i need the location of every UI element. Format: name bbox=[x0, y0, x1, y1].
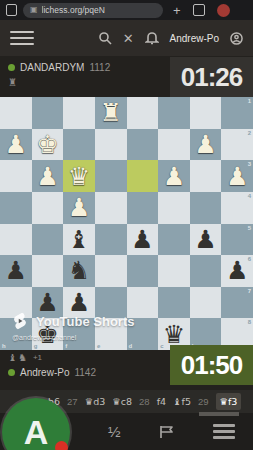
offer-draw-button[interactable]: ½ bbox=[108, 423, 121, 440]
resign-flag-icon[interactable] bbox=[159, 425, 175, 439]
file-label: g bbox=[34, 343, 38, 349]
white-pawn[interactable]: ♟ bbox=[63, 192, 95, 224]
white-pawn[interactable]: ♟ bbox=[32, 160, 64, 192]
square-e3[interactable] bbox=[95, 160, 127, 192]
url-bar[interactable]: ▣ lichess.org/pqeN bbox=[23, 3, 163, 18]
player-name[interactable]: Andrew-Po bbox=[20, 367, 69, 378]
square-e4[interactable] bbox=[95, 192, 127, 224]
black-pawn[interactable]: ♟ bbox=[190, 224, 222, 256]
rank-label: 5 bbox=[248, 225, 251, 231]
square-g2[interactable]: ♚ bbox=[32, 129, 64, 161]
rank-label: 3 bbox=[248, 161, 251, 167]
opponent-clock: 01:26 bbox=[170, 57, 253, 97]
scrollbar[interactable] bbox=[199, 412, 239, 416]
file-label: h bbox=[2, 343, 6, 349]
square-e6[interactable] bbox=[95, 255, 127, 287]
opponent-captured-pieces: ♜ bbox=[8, 77, 18, 88]
player-rating: 1142 bbox=[74, 367, 96, 378]
square-g3[interactable]: ♟ bbox=[32, 160, 64, 192]
search-icon[interactable] bbox=[98, 31, 112, 45]
shorts-logo-icon bbox=[10, 311, 30, 331]
file-label: c bbox=[160, 343, 163, 349]
bell-icon[interactable] bbox=[145, 31, 159, 45]
material-advantage: +1 bbox=[33, 353, 42, 362]
white-pawn[interactable]: ♟ bbox=[190, 129, 222, 161]
square-f2[interactable] bbox=[63, 129, 95, 161]
square-c2[interactable] bbox=[158, 129, 190, 161]
square-a3[interactable]: ♟3 bbox=[221, 160, 253, 192]
player-panel: ♝♞ +1 Andrew-Po 1142 01:50 bbox=[0, 350, 253, 390]
browser-tab-icon[interactable] bbox=[6, 4, 17, 16]
square-g1[interactable] bbox=[32, 97, 64, 129]
square-d1[interactable] bbox=[127, 97, 159, 129]
square-h4[interactable] bbox=[0, 192, 32, 224]
move-number: 27 bbox=[67, 396, 78, 407]
game-menu-icon[interactable] bbox=[213, 424, 235, 439]
square-h1[interactable] bbox=[0, 97, 32, 129]
rank-label: 8 bbox=[248, 319, 251, 325]
square-e1[interactable]: ♜ bbox=[95, 97, 127, 129]
square-h5[interactable] bbox=[0, 224, 32, 256]
square-d3[interactable] bbox=[127, 160, 159, 192]
online-dot bbox=[8, 64, 15, 71]
square-e5[interactable] bbox=[95, 224, 127, 256]
square-c3[interactable]: ♟ bbox=[158, 160, 190, 192]
opponent-rating: 1112 bbox=[89, 62, 110, 73]
white-king[interactable]: ♚ bbox=[32, 129, 64, 161]
square-c5[interactable] bbox=[158, 224, 190, 256]
header-username[interactable]: Andrew-Po bbox=[170, 33, 219, 44]
lichess-header: ✕ Andrew-Po bbox=[0, 20, 253, 56]
square-a6[interactable]: ♟6 bbox=[221, 255, 253, 287]
square-a5[interactable]: 5 bbox=[221, 224, 253, 256]
square-d5[interactable]: ♟ bbox=[127, 224, 159, 256]
square-b7[interactable] bbox=[190, 287, 222, 319]
rank-label: 6 bbox=[248, 256, 251, 262]
square-a2[interactable]: 2 bbox=[221, 129, 253, 161]
move-entry[interactable]: ♛f3 bbox=[216, 393, 242, 410]
square-f4[interactable]: ♟ bbox=[63, 192, 95, 224]
white-pawn[interactable]: ♟ bbox=[158, 160, 190, 192]
menu-icon[interactable] bbox=[10, 31, 34, 46]
watermark-handle: @andrewpo channel bbox=[12, 334, 134, 341]
rank-label: 1 bbox=[248, 98, 251, 104]
square-b3[interactable] bbox=[190, 160, 222, 192]
black-bishop[interactable]: ♝ bbox=[63, 224, 95, 256]
user-avatar-icon[interactable] bbox=[230, 32, 243, 45]
move-number: 29 bbox=[198, 396, 209, 407]
notification-dot bbox=[55, 441, 68, 450]
move-entry[interactable]: ♛d3 bbox=[85, 396, 106, 407]
white-pawn[interactable]: ♟ bbox=[0, 129, 32, 161]
crossed-swords-icon[interactable]: ✕ bbox=[123, 32, 134, 45]
square-b6[interactable] bbox=[190, 255, 222, 287]
tab-switcher-icon[interactable] bbox=[193, 4, 205, 16]
move-number: 28 bbox=[139, 396, 150, 407]
rank-label: 7 bbox=[248, 288, 251, 294]
square-c7[interactable] bbox=[158, 287, 190, 319]
square-f1[interactable] bbox=[63, 97, 95, 129]
square-h6[interactable]: ♟ bbox=[0, 255, 32, 287]
square-g6[interactable] bbox=[32, 255, 64, 287]
square-a7[interactable]: 7 bbox=[221, 287, 253, 319]
black-pawn[interactable]: ♟ bbox=[0, 255, 32, 287]
square-b2[interactable]: ♟ bbox=[190, 129, 222, 161]
player-captured-pieces: ♝♞ bbox=[8, 352, 28, 363]
square-d4[interactable] bbox=[127, 192, 159, 224]
square-h3[interactable] bbox=[0, 160, 32, 192]
channel-avatar-letter: A bbox=[24, 413, 49, 450]
file-label: d bbox=[129, 343, 133, 349]
black-pawn[interactable]: ♟ bbox=[127, 224, 159, 256]
square-a1[interactable]: 1 bbox=[221, 97, 253, 129]
square-f3[interactable]: ♛ bbox=[63, 160, 95, 192]
square-a4[interactable]: 4 bbox=[221, 192, 253, 224]
rank-label: 2 bbox=[248, 130, 251, 136]
opponent-panel: DANDARDYM 1112 ♜ 01:26 bbox=[0, 56, 253, 97]
rank-label: 4 bbox=[248, 193, 251, 199]
square-d6[interactable] bbox=[127, 255, 159, 287]
move-entry[interactable]: ♝f5 bbox=[173, 396, 191, 407]
move-entry[interactable]: f4 bbox=[157, 396, 166, 407]
square-b5[interactable]: ♟ bbox=[190, 224, 222, 256]
site-security-icon: ▣ bbox=[30, 6, 38, 14]
opponent-name[interactable]: DANDARDYM bbox=[20, 62, 84, 73]
black-knight[interactable]: ♞ bbox=[63, 255, 95, 287]
square-c4[interactable] bbox=[158, 192, 190, 224]
square-b4[interactable] bbox=[190, 192, 222, 224]
online-dot bbox=[8, 369, 15, 376]
file-label: e bbox=[97, 343, 100, 349]
browser-profile-avatar[interactable] bbox=[217, 4, 230, 17]
square-g5[interactable] bbox=[32, 224, 64, 256]
url-text: lichess.org/pqeN bbox=[42, 5, 105, 15]
square-b1[interactable] bbox=[190, 97, 222, 129]
browser-bar: ▣ lichess.org/pqeN + bbox=[0, 0, 253, 20]
square-e2[interactable] bbox=[95, 129, 127, 161]
youtube-watermark: YouTube Shorts @andrewpo channel bbox=[10, 311, 134, 341]
move-entry[interactable]: ♛c8 bbox=[112, 396, 132, 407]
square-g4[interactable] bbox=[32, 192, 64, 224]
white-queen[interactable]: ♛ bbox=[63, 160, 95, 192]
watermark-title: YouTube Shorts bbox=[36, 314, 134, 329]
white-rook[interactable]: ♜ bbox=[95, 97, 127, 129]
file-label: f bbox=[65, 343, 67, 349]
new-tab-icon[interactable]: + bbox=[173, 4, 181, 17]
player-clock: 01:50 bbox=[170, 345, 253, 385]
square-c6[interactable] bbox=[158, 255, 190, 287]
square-f5[interactable]: ♝ bbox=[63, 224, 95, 256]
phone-screen: ▣ lichess.org/pqeN + ✕ Andrew-Po DANDARD… bbox=[0, 0, 253, 450]
square-h2[interactable]: ♟ bbox=[0, 129, 32, 161]
square-c1[interactable] bbox=[158, 97, 190, 129]
square-d2[interactable] bbox=[127, 129, 159, 161]
square-f6[interactable]: ♞ bbox=[63, 255, 95, 287]
